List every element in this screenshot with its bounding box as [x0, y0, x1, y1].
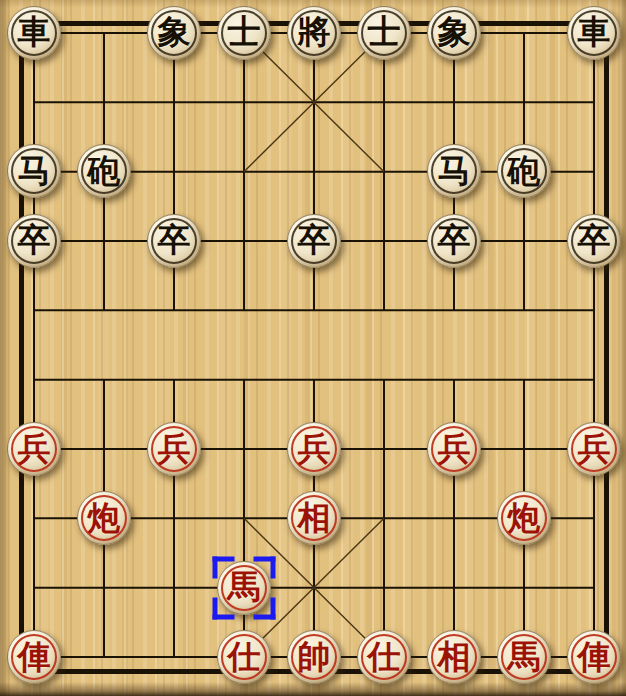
board-point[interactable]: 卒	[279, 206, 349, 275]
piece-red-soldier[interactable]: 兵	[427, 422, 481, 476]
board-point[interactable]: 俥	[559, 623, 626, 692]
piece-glyph: 马	[18, 154, 51, 187]
piece-black-cannon[interactable]: 砲	[77, 144, 131, 198]
board-point[interactable]	[279, 137, 349, 206]
board-point[interactable]: 兵	[559, 414, 626, 483]
board-point[interactable]	[139, 137, 209, 206]
board-point[interactable]	[419, 67, 489, 136]
board-point[interactable]	[349, 67, 419, 136]
piece-glyph: 兵	[438, 432, 471, 465]
board-point[interactable]: 兵	[139, 414, 209, 483]
board-point[interactable]	[69, 0, 139, 67]
board-point[interactable]: 仕	[209, 623, 279, 692]
board-point[interactable]	[489, 414, 559, 483]
board-point[interactable]: 卒	[0, 206, 69, 275]
piece-glyph: 馬	[228, 570, 261, 603]
piece-glyph: 砲	[508, 154, 541, 187]
board-point[interactable]	[139, 484, 209, 553]
board-point[interactable]: 相	[419, 623, 489, 692]
board-point[interactable]	[349, 553, 419, 622]
board-point[interactable]: 將	[279, 0, 349, 67]
piece-glyph: 兵	[158, 432, 191, 465]
piece-black-soldier[interactable]: 卒	[7, 214, 61, 268]
board-point[interactable]	[0, 67, 69, 136]
piece-black-soldier[interactable]: 卒	[567, 214, 621, 268]
board-point[interactable]: 卒	[559, 206, 626, 275]
board-point[interactable]	[419, 276, 489, 345]
piece-glyph: 車	[18, 15, 51, 48]
piece-red-soldier[interactable]: 兵	[287, 422, 341, 476]
piece-glyph: 士	[368, 15, 401, 48]
board-grid: 車象士將士象車马砲马砲卒卒卒卒卒兵兵兵兵兵炮相炮馬俥仕帥仕相馬俥	[0, 0, 626, 692]
piece-glyph: 帥	[298, 640, 331, 673]
piece-glyph: 象	[438, 15, 471, 48]
piece-glyph: 俥	[18, 640, 51, 673]
piece-red-chariot[interactable]: 俥	[567, 630, 621, 684]
board-point[interactable]	[209, 345, 279, 414]
board-point[interactable]	[139, 623, 209, 692]
board-point[interactable]: 士	[349, 0, 419, 67]
board-point[interactable]: 馬	[489, 623, 559, 692]
piece-black-soldier[interactable]: 卒	[427, 214, 481, 268]
piece-black-soldier[interactable]: 卒	[147, 214, 201, 268]
board-point[interactable]	[209, 67, 279, 136]
board-point[interactable]: 士	[209, 0, 279, 67]
board-point[interactable]	[279, 345, 349, 414]
piece-red-soldier[interactable]: 兵	[147, 422, 201, 476]
board-point[interactable]	[0, 276, 69, 345]
board-point[interactable]	[209, 484, 279, 553]
piece-black-elephant[interactable]: 象	[427, 6, 481, 60]
piece-glyph: 卒	[578, 223, 611, 256]
board-point[interactable]: 砲	[489, 137, 559, 206]
board-point[interactable]: 帥	[279, 623, 349, 692]
board-point[interactable]	[559, 553, 626, 622]
piece-glyph: 马	[438, 154, 471, 187]
board-point[interactable]: 相	[279, 484, 349, 553]
board-point[interactable]	[0, 345, 69, 414]
board-point[interactable]	[489, 67, 559, 136]
board-point[interactable]	[349, 345, 419, 414]
board-point[interactable]	[139, 276, 209, 345]
board-point[interactable]	[139, 345, 209, 414]
board-point[interactable]	[559, 345, 626, 414]
board-point[interactable]	[0, 484, 69, 553]
piece-glyph: 兵	[298, 432, 331, 465]
board-point[interactable]	[139, 553, 209, 622]
board-point[interactable]	[489, 553, 559, 622]
board-point[interactable]	[69, 345, 139, 414]
board-point[interactable]	[349, 206, 419, 275]
board-point[interactable]	[559, 276, 626, 345]
piece-black-chariot[interactable]: 車	[567, 6, 621, 60]
board-point[interactable]: 马	[419, 137, 489, 206]
board-point[interactable]	[139, 67, 209, 136]
piece-red-general[interactable]: 帥	[287, 630, 341, 684]
piece-glyph: 士	[228, 15, 261, 48]
board-point[interactable]	[489, 345, 559, 414]
board-point[interactable]: 马	[0, 137, 69, 206]
board-point[interactable]: 砲	[69, 137, 139, 206]
board-point[interactable]	[209, 206, 279, 275]
piece-black-chariot[interactable]: 車	[7, 6, 61, 60]
piece-glyph: 仕	[228, 640, 261, 673]
board-point[interactable]: 兵	[419, 414, 489, 483]
board-point[interactable]	[209, 276, 279, 345]
piece-glyph: 相	[298, 501, 331, 534]
piece-glyph: 卒	[18, 223, 51, 256]
board-point[interactable]	[69, 276, 139, 345]
board-point[interactable]	[69, 623, 139, 692]
board-point[interactable]: 象	[419, 0, 489, 67]
board-point[interactable]: 象	[139, 0, 209, 67]
piece-red-soldier[interactable]: 兵	[567, 422, 621, 476]
board-point[interactable]	[279, 276, 349, 345]
board-point[interactable]: 兵	[279, 414, 349, 483]
board-point[interactable]	[559, 67, 626, 136]
board-point[interactable]	[209, 414, 279, 483]
board-point[interactable]	[559, 137, 626, 206]
board-point[interactable]	[69, 414, 139, 483]
piece-black-cannon[interactable]: 砲	[497, 144, 551, 198]
board-point[interactable]: 炮	[69, 484, 139, 553]
piece-red-soldier[interactable]: 兵	[7, 422, 61, 476]
board-point[interactable]	[69, 67, 139, 136]
board-point[interactable]	[489, 206, 559, 275]
board-point[interactable]	[419, 553, 489, 622]
board-point[interactable]: 卒	[139, 206, 209, 275]
piece-glyph: 俥	[578, 640, 611, 673]
board-point[interactable]	[419, 484, 489, 553]
board-point[interactable]	[69, 206, 139, 275]
piece-glyph: 卒	[438, 223, 471, 256]
piece-black-horse[interactable]: 马	[427, 144, 481, 198]
piece-red-horse[interactable]: 馬	[217, 561, 271, 615]
piece-red-elephant[interactable]: 相	[427, 630, 481, 684]
board-point[interactable]: 車	[0, 0, 69, 67]
piece-glyph: 馬	[508, 640, 541, 673]
board-point[interactable]	[209, 137, 279, 206]
piece-glyph: 仕	[368, 640, 401, 673]
piece-red-cannon[interactable]: 炮	[77, 491, 131, 545]
piece-glyph: 將	[298, 15, 331, 48]
piece-glyph: 炮	[508, 501, 541, 534]
piece-glyph: 相	[438, 640, 471, 673]
piece-glyph: 卒	[298, 223, 331, 256]
board-point[interactable]	[349, 414, 419, 483]
piece-red-chariot[interactable]: 俥	[7, 630, 61, 684]
piece-red-elephant[interactable]: 相	[287, 491, 341, 545]
piece-red-advisor[interactable]: 仕	[357, 630, 411, 684]
piece-black-advisor[interactable]: 士	[217, 6, 271, 60]
piece-glyph: 卒	[158, 223, 191, 256]
board-point[interactable]	[489, 276, 559, 345]
piece-black-general[interactable]: 將	[287, 6, 341, 60]
board-point[interactable]	[419, 345, 489, 414]
board-point[interactable]: 車	[559, 0, 626, 67]
piece-glyph: 炮	[88, 501, 121, 534]
board-point[interactable]	[69, 553, 139, 622]
piece-glyph: 砲	[88, 154, 121, 187]
board-point[interactable]	[349, 276, 419, 345]
board-point[interactable]: 馬	[209, 553, 279, 622]
board-point[interactable]	[349, 484, 419, 553]
piece-red-cannon[interactable]: 炮	[497, 491, 551, 545]
board-point[interactable]	[559, 484, 626, 553]
board-point[interactable]	[279, 67, 349, 136]
board-point[interactable]: 兵	[0, 414, 69, 483]
board-point[interactable]	[279, 553, 349, 622]
piece-black-horse[interactable]: 马	[7, 144, 61, 198]
board-point[interactable]: 仕	[349, 623, 419, 692]
piece-glyph: 象	[158, 15, 191, 48]
board-point[interactable]: 俥	[0, 623, 69, 692]
piece-black-soldier[interactable]: 卒	[287, 214, 341, 268]
board-point[interactable]	[0, 553, 69, 622]
board-point[interactable]	[489, 0, 559, 67]
piece-red-horse[interactable]: 馬	[497, 630, 551, 684]
piece-glyph: 車	[578, 15, 611, 48]
piece-black-advisor[interactable]: 士	[357, 6, 411, 60]
piece-red-advisor[interactable]: 仕	[217, 630, 271, 684]
board-point[interactable]	[349, 137, 419, 206]
piece-glyph: 兵	[18, 432, 51, 465]
piece-glyph: 兵	[578, 432, 611, 465]
piece-black-elephant[interactable]: 象	[147, 6, 201, 60]
board-point[interactable]: 卒	[419, 206, 489, 275]
board-point[interactable]: 炮	[489, 484, 559, 553]
